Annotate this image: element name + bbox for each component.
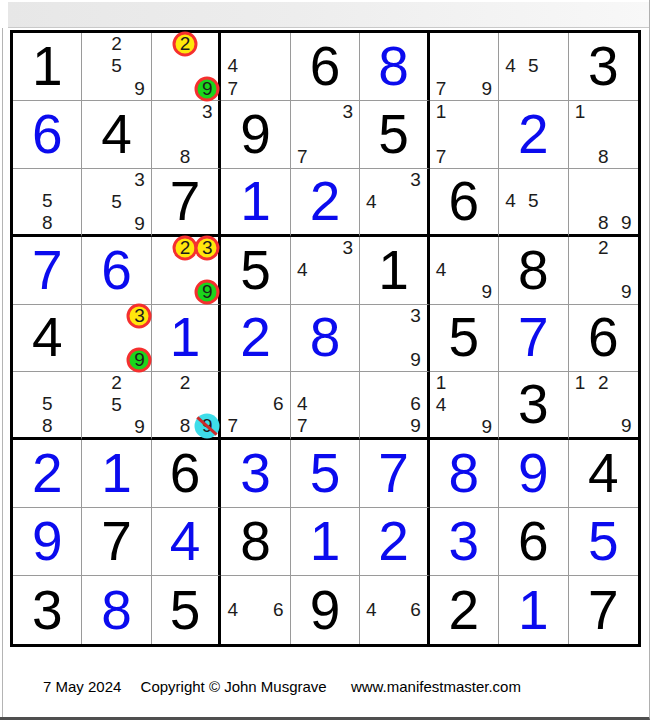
empty-candidate-slot (360, 169, 382, 191)
candidate-4: 4 (499, 190, 522, 212)
candidate-digit: 9 (202, 78, 213, 100)
cell-r8c5[interactable]: 1 (291, 508, 360, 576)
candidate-4: 4 (360, 599, 382, 622)
given-digit: 2 (449, 583, 480, 638)
candidate-digit: 9 (134, 78, 145, 100)
candidate-4: 4 (499, 55, 522, 77)
cell-r3c6[interactable]: 34 (360, 169, 429, 237)
candidate-4: 4 (291, 393, 314, 415)
empty-candidate-slot (405, 213, 427, 234)
candidate-grid: 289 (152, 372, 218, 437)
candidate-grid: 17 (430, 101, 498, 168)
cell-r9c8[interactable]: 1 (499, 576, 568, 644)
empty-candidate-slot (82, 305, 105, 327)
cell-r9c4[interactable]: 46 (221, 576, 290, 644)
candidate-3-yellow-circle: 3 (128, 305, 151, 327)
solved-digit: 1 (101, 446, 132, 501)
candidate-digit: 8 (598, 212, 609, 234)
solved-digit: 6 (32, 107, 63, 162)
cell-r6c3[interactable]: 289 (152, 372, 221, 440)
empty-candidate-slot (314, 372, 337, 393)
empty-candidate-slot (105, 327, 128, 349)
empty-candidate-slot (360, 415, 382, 437)
candidate-grid: 46 (221, 576, 289, 644)
cell-r4c8[interactable]: 8 (499, 237, 568, 305)
given-digit: 6 (449, 174, 480, 229)
empty-candidate-slot (592, 123, 615, 145)
cell-r3c8[interactable]: 45 (499, 169, 568, 237)
cell-r6c4[interactable]: 67 (221, 372, 290, 440)
empty-candidate-slot (82, 394, 105, 416)
empty-candidate-slot (221, 372, 244, 393)
candidate-digit: 4 (297, 393, 308, 415)
empty-candidate-slot (615, 372, 638, 394)
cell-r1c2[interactable]: 259 (82, 33, 151, 101)
empty-candidate-slot (545, 169, 568, 190)
top-toolbar (8, 2, 649, 28)
candidate-8: 8 (36, 415, 59, 437)
given-digit: 5 (170, 583, 201, 638)
empty-candidate-slot (382, 349, 404, 371)
cell-r5c1[interactable]: 4 (13, 305, 82, 373)
cell-r1c4[interactable]: 47 (221, 33, 290, 101)
cell-r7c7[interactable]: 8 (430, 440, 499, 508)
empty-candidate-slot (569, 212, 592, 234)
empty-candidate-slot (430, 33, 453, 55)
cell-r9c9[interactable]: 7 (569, 576, 638, 644)
candidate-digit: 6 (273, 393, 284, 415)
given-digit: 6 (310, 39, 341, 94)
given-digit: 5 (378, 107, 409, 162)
empty-candidate-slot (499, 78, 522, 100)
empty-candidate-slot (545, 55, 568, 77)
candidate-grid: 34 (291, 237, 359, 304)
cell-r2c8[interactable]: 2 (499, 101, 568, 169)
candidate-3: 3 (128, 169, 151, 191)
cell-r6c5[interactable]: 47 (291, 372, 360, 440)
candidate-digit: 9 (481, 416, 492, 438)
given-digit: 8 (240, 514, 271, 569)
cell-r5c2[interactable]: 39 (82, 305, 151, 373)
empty-candidate-slot (267, 372, 290, 393)
candidate-digit: 8 (42, 415, 53, 437)
empty-candidate-slot (82, 55, 105, 77)
candidate-grid: 259 (82, 372, 150, 437)
empty-candidate-slot (336, 123, 359, 145)
candidate-digit: 4 (505, 55, 516, 77)
empty-candidate-slot (152, 259, 174, 281)
cell-r4c3[interactable]: 239 (152, 237, 221, 305)
cell-r8c8[interactable]: 6 (499, 508, 568, 576)
empty-candidate-slot (196, 145, 218, 167)
empty-candidate-slot (452, 259, 475, 281)
empty-candidate-slot (499, 33, 522, 55)
empty-candidate-slot (36, 169, 59, 190)
candidate-digit: 9 (621, 281, 632, 303)
candidate-grid: 18 (569, 101, 638, 168)
candidate-digit: 4 (366, 191, 377, 213)
cell-r7c2[interactable]: 1 (82, 440, 151, 508)
empty-candidate-slot (59, 212, 82, 234)
cell-r9c6[interactable]: 46 (360, 576, 429, 644)
solved-digit: 2 (310, 174, 341, 229)
candidate-digit: 7 (297, 415, 308, 437)
candidate-digit: 4 (436, 394, 447, 416)
cell-r1c5[interactable]: 6 (291, 33, 360, 101)
candidate-digit: 7 (297, 146, 308, 168)
candidate-digit: 3 (202, 101, 213, 123)
candidate-digit: 2 (111, 33, 122, 55)
empty-candidate-slot (360, 372, 382, 393)
cell-r5c8[interactable]: 7 (499, 305, 568, 373)
candidate-digit: 9 (134, 213, 145, 235)
candidate-9: 9 (475, 78, 498, 100)
given-digit: 1 (32, 39, 63, 94)
candidate-8: 8 (36, 212, 59, 234)
cell-r5c9[interactable]: 6 (569, 305, 638, 373)
empty-candidate-slot (174, 259, 196, 281)
empty-candidate-slot (196, 55, 218, 77)
solved-digit: 1 (518, 583, 549, 638)
empty-candidate-slot (405, 372, 427, 393)
empty-candidate-slot (82, 33, 105, 55)
cell-r8c9[interactable]: 5 (569, 508, 638, 576)
cell-r1c6[interactable]: 8 (360, 33, 429, 101)
empty-candidate-slot (82, 213, 105, 235)
candidate-grid: 38 (152, 101, 218, 168)
candidate-grid: 58 (13, 372, 81, 437)
candidate-digit: 8 (180, 146, 191, 168)
empty-candidate-slot (405, 327, 427, 349)
cell-r1c3[interactable]: 29 (152, 33, 221, 101)
empty-candidate-slot (569, 259, 592, 281)
empty-candidate-slot (267, 621, 290, 644)
candidate-digit: 1 (575, 101, 586, 123)
cell-r2c7[interactable]: 17 (430, 101, 499, 169)
cell-r6c1[interactable]: 58 (13, 372, 82, 440)
candidate-3-yellow-circle: 3 (196, 237, 218, 259)
empty-candidate-slot (59, 372, 82, 393)
empty-candidate-slot (592, 169, 615, 190)
cell-r7c4[interactable]: 3 (221, 440, 290, 508)
empty-candidate-slot (13, 415, 36, 437)
cell-r4c6[interactable]: 1 (360, 237, 429, 305)
empty-candidate-slot (592, 415, 615, 437)
candidate-digit: 9 (134, 349, 145, 371)
candidate-digit: 3 (343, 101, 354, 123)
empty-candidate-slot (244, 393, 267, 415)
candidate-grid: 259 (82, 33, 150, 100)
candidate-9: 9 (475, 416, 498, 438)
cell-r3c1[interactable]: 58 (13, 169, 82, 237)
candidate-9: 9 (615, 415, 638, 437)
cell-r6c7[interactable]: 149 (430, 372, 499, 440)
cell-r6c8[interactable]: 3 (499, 372, 568, 440)
cell-r4c4[interactable]: 5 (221, 237, 290, 305)
candidate-digit: 2 (598, 372, 609, 394)
cell-r2c3[interactable]: 38 (152, 101, 221, 169)
empty-candidate-slot (314, 281, 337, 303)
given-digit: 3 (518, 377, 549, 432)
empty-candidate-slot (59, 393, 82, 415)
cell-r5c4[interactable]: 2 (221, 305, 290, 373)
candidate-7: 7 (430, 145, 453, 167)
empty-candidate-slot (314, 101, 337, 123)
candidate-5: 5 (522, 190, 545, 212)
empty-candidate-slot (545, 78, 568, 100)
candidate-grid: 46 (360, 576, 426, 644)
candidate-6: 6 (405, 393, 427, 415)
empty-candidate-slot (430, 237, 453, 259)
cell-r4c9[interactable]: 29 (569, 237, 638, 305)
candidate-digit: 2 (180, 372, 191, 394)
empty-candidate-slot (152, 78, 174, 100)
solved-digit: 2 (518, 107, 549, 162)
cell-r7c5[interactable]: 5 (291, 440, 360, 508)
cell-r7c1[interactable]: 2 (13, 440, 82, 508)
empty-candidate-slot (291, 101, 314, 123)
empty-candidate-slot (196, 33, 218, 55)
candidate-digit: 3 (202, 237, 213, 259)
cell-r1c9[interactable]: 3 (569, 33, 638, 101)
cell-r9c3[interactable]: 5 (152, 576, 221, 644)
empty-candidate-slot (291, 237, 314, 259)
candidate-9-green-circle: 9 (128, 349, 151, 371)
cell-r8c1[interactable]: 9 (13, 508, 82, 576)
candidate-digit: 5 (111, 191, 122, 213)
given-digit: 6 (170, 446, 201, 501)
candidate-4: 4 (291, 259, 314, 281)
empty-candidate-slot (545, 190, 568, 212)
cell-r7c8[interactable]: 9 (499, 440, 568, 508)
empty-candidate-slot (13, 372, 36, 393)
cell-r7c3[interactable]: 6 (152, 440, 221, 508)
cell-r5c3[interactable]: 1 (152, 305, 221, 373)
given-digit: 7 (588, 583, 619, 638)
candidate-grid: 47 (221, 33, 289, 100)
cell-r4c2[interactable]: 6 (82, 237, 151, 305)
solved-digit: 2 (240, 310, 271, 365)
empty-candidate-slot (291, 123, 314, 145)
cell-r7c6[interactable]: 7 (360, 440, 429, 508)
cell-r1c1[interactable]: 1 (13, 33, 82, 101)
empty-candidate-slot (452, 237, 475, 259)
empty-candidate-slot (405, 576, 427, 599)
empty-candidate-slot (174, 394, 196, 415)
cell-r9c7[interactable]: 2 (430, 576, 499, 644)
empty-candidate-slot (360, 305, 382, 327)
cell-r1c8[interactable]: 45 (499, 33, 568, 101)
empty-candidate-slot (452, 372, 475, 394)
candidate-digit: 8 (598, 146, 609, 168)
given-digit: 1 (378, 243, 409, 298)
candidate-grid: 45 (499, 169, 567, 234)
cell-r4c1[interactable]: 7 (13, 237, 82, 305)
empty-candidate-slot (615, 237, 638, 259)
empty-candidate-slot (82, 169, 105, 191)
empty-candidate-slot (475, 145, 498, 167)
candidate-6: 6 (267, 393, 290, 415)
cell-r5c5[interactable]: 8 (291, 305, 360, 373)
candidate-digit: 7 (436, 146, 447, 168)
solved-digit: 4 (170, 514, 201, 569)
candidate-2-yellow-circle: 2 (174, 33, 196, 55)
empty-candidate-slot (244, 55, 267, 77)
empty-candidate-slot (221, 33, 244, 55)
empty-candidate-slot (475, 101, 498, 123)
candidate-digit: 9 (410, 349, 421, 371)
cell-r3c4[interactable]: 1 (221, 169, 290, 237)
candidate-digit: 5 (111, 394, 122, 416)
given-digit: 6 (518, 514, 549, 569)
empty-candidate-slot (105, 213, 128, 235)
empty-candidate-slot (569, 237, 592, 259)
empty-candidate-slot (128, 327, 151, 349)
cell-r6c2[interactable]: 259 (82, 372, 151, 440)
footer: 7 May 2024 Copyright © John Musgrave www… (43, 678, 521, 695)
cell-r2c6[interactable]: 5 (360, 101, 429, 169)
cell-r1c7[interactable]: 79 (430, 33, 499, 101)
candidate-digit: 1 (436, 101, 447, 123)
empty-candidate-slot (82, 78, 105, 100)
empty-candidate-slot (314, 393, 337, 415)
cell-r3c3[interactable]: 7 (152, 169, 221, 237)
empty-candidate-slot (522, 78, 545, 100)
empty-candidate-slot (360, 327, 382, 349)
empty-candidate-slot (152, 55, 174, 77)
empty-candidate-slot (430, 416, 453, 438)
empty-candidate-slot (452, 101, 475, 123)
candidate-9-cyan-strike-circle: 9 (196, 415, 218, 437)
candidate-digit: 2 (598, 237, 609, 259)
candidate-digit: 3 (134, 169, 145, 191)
empty-candidate-slot (174, 281, 196, 303)
cell-r2c9[interactable]: 18 (569, 101, 638, 169)
cell-r8c2[interactable]: 7 (82, 508, 151, 576)
cell-r3c7[interactable]: 6 (430, 169, 499, 237)
cell-r8c7[interactable]: 3 (430, 508, 499, 576)
empty-candidate-slot (430, 55, 453, 77)
candidate-9-green-circle: 9 (196, 281, 218, 303)
empty-candidate-slot (452, 123, 475, 145)
empty-candidate-slot (314, 145, 337, 167)
empty-candidate-slot (152, 372, 174, 394)
candidate-6: 6 (267, 599, 290, 622)
empty-candidate-slot (592, 281, 615, 303)
candidate-grid: 47 (291, 372, 359, 437)
cell-r4c7[interactable]: 49 (430, 237, 499, 305)
cell-r9c2[interactable]: 8 (82, 576, 151, 644)
empty-candidate-slot (59, 190, 82, 212)
empty-candidate-slot (360, 213, 382, 234)
empty-candidate-slot (267, 55, 290, 77)
cell-r2c2[interactable]: 4 (82, 101, 151, 169)
empty-candidate-slot (592, 190, 615, 211)
empty-candidate-slot (267, 33, 290, 55)
candidate-digit: 8 (180, 415, 191, 437)
cell-r6c9[interactable]: 129 (569, 372, 638, 440)
solved-digit: 8 (101, 583, 132, 638)
candidate-grid: 69 (360, 372, 426, 437)
empty-candidate-slot (382, 372, 404, 393)
cell-r7c9[interactable]: 4 (569, 440, 638, 508)
given-digit: 7 (101, 514, 132, 569)
cell-r2c4[interactable]: 9 (221, 101, 290, 169)
cell-r5c6[interactable]: 39 (360, 305, 429, 373)
empty-candidate-slot (174, 55, 196, 77)
candidate-grid: 58 (13, 169, 81, 234)
solved-digit: 2 (378, 514, 409, 569)
empty-candidate-slot (522, 169, 545, 190)
empty-candidate-slot (314, 123, 337, 145)
footer-copyright: Copyright © John Musgrave (141, 678, 327, 695)
empty-candidate-slot (405, 191, 427, 213)
empty-candidate-slot (82, 191, 105, 213)
cell-r9c5[interactable]: 9 (291, 576, 360, 644)
solved-digit: 6 (101, 243, 132, 298)
cell-r8c4[interactable]: 8 (221, 508, 290, 576)
empty-candidate-slot (244, 78, 267, 100)
candidate-digit: 4 (366, 599, 377, 621)
empty-candidate-slot (615, 259, 638, 281)
candidate-8: 8 (174, 415, 196, 437)
cell-r3c2[interactable]: 359 (82, 169, 151, 237)
sudoku-app-page: 1259294768794536438937517218583597123464… (0, 0, 650, 720)
footer-date: 7 May 2024 (43, 678, 121, 695)
given-digit: 9 (310, 583, 341, 638)
cell-r2c5[interactable]: 37 (291, 101, 360, 169)
cell-r4c5[interactable]: 34 (291, 237, 360, 305)
empty-candidate-slot (244, 415, 267, 437)
cell-r3c5[interactable]: 2 (291, 169, 360, 237)
candidate-digit: 8 (42, 212, 53, 234)
given-digit: 4 (101, 107, 132, 162)
candidate-digit: 3 (410, 169, 421, 191)
given-digit: 7 (170, 174, 201, 229)
cell-r8c6[interactable]: 2 (360, 508, 429, 576)
candidate-digit: 3 (343, 237, 354, 259)
candidate-7: 7 (291, 145, 314, 167)
cell-r8c3[interactable]: 4 (152, 508, 221, 576)
empty-candidate-slot (336, 393, 359, 415)
candidate-4: 4 (221, 599, 244, 622)
cell-r5c7[interactable]: 5 (430, 305, 499, 373)
solved-digit: 7 (378, 446, 409, 501)
empty-candidate-slot (152, 281, 174, 303)
candidate-digit: 1 (575, 372, 586, 394)
empty-candidate-slot (382, 576, 404, 599)
candidate-grid: 239 (152, 237, 218, 304)
cell-r6c6[interactable]: 69 (360, 372, 429, 440)
empty-candidate-slot (82, 416, 105, 438)
empty-candidate-slot (615, 123, 638, 145)
candidate-3: 3 (336, 101, 359, 123)
candidate-6: 6 (405, 599, 427, 622)
solved-digit: 7 (32, 243, 63, 298)
candidate-7: 7 (291, 415, 314, 437)
candidate-digit: 2 (111, 372, 122, 394)
empty-candidate-slot (430, 281, 453, 303)
empty-candidate-slot (196, 372, 218, 394)
cell-r9c1[interactable]: 3 (13, 576, 82, 644)
empty-candidate-slot (499, 169, 522, 190)
footer-website: www.manifestmaster.com (351, 678, 521, 695)
cell-r3c9[interactable]: 89 (569, 169, 638, 237)
candidate-5: 5 (105, 394, 128, 416)
candidate-3: 3 (405, 305, 427, 327)
candidate-grid: 359 (82, 169, 150, 234)
cell-r2c1[interactable]: 6 (13, 101, 82, 169)
